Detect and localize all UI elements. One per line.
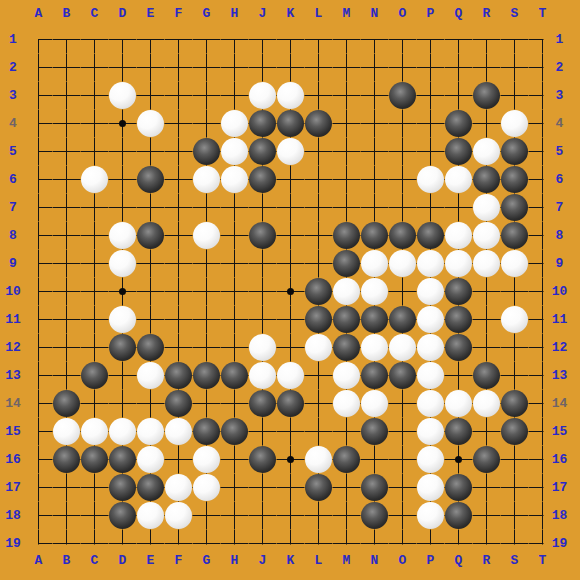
intersection-O5[interactable] bbox=[389, 138, 417, 166]
intersection-D5[interactable] bbox=[109, 138, 137, 166]
intersection-C7[interactable] bbox=[81, 194, 109, 222]
intersection-E11[interactable] bbox=[137, 306, 165, 334]
intersection-K13[interactable] bbox=[277, 362, 305, 390]
intersection-J12[interactable] bbox=[249, 334, 277, 362]
intersection-B9[interactable] bbox=[53, 250, 81, 278]
intersection-N5[interactable] bbox=[361, 138, 389, 166]
intersection-O4[interactable] bbox=[389, 110, 417, 138]
intersection-Q2[interactable] bbox=[445, 54, 473, 82]
intersection-C2[interactable] bbox=[81, 54, 109, 82]
intersection-S1[interactable] bbox=[501, 26, 529, 54]
intersection-E12[interactable] bbox=[137, 334, 165, 362]
intersection-H14[interactable] bbox=[221, 390, 249, 418]
intersection-J19[interactable] bbox=[249, 530, 277, 558]
intersection-D10[interactable] bbox=[109, 278, 137, 306]
intersection-R11[interactable] bbox=[473, 306, 501, 334]
intersection-A12[interactable] bbox=[25, 334, 53, 362]
intersection-L10[interactable] bbox=[305, 278, 333, 306]
intersection-C6[interactable] bbox=[81, 166, 109, 194]
intersection-T2[interactable] bbox=[529, 54, 557, 82]
intersection-N15[interactable] bbox=[361, 418, 389, 446]
intersection-G3[interactable] bbox=[193, 82, 221, 110]
intersection-A4[interactable] bbox=[25, 110, 53, 138]
intersection-A15[interactable] bbox=[25, 418, 53, 446]
intersection-P15[interactable] bbox=[417, 418, 445, 446]
intersection-P16[interactable] bbox=[417, 446, 445, 474]
intersection-C17[interactable] bbox=[81, 474, 109, 502]
intersection-D14[interactable] bbox=[109, 390, 137, 418]
intersection-H18[interactable] bbox=[221, 502, 249, 530]
intersection-D2[interactable] bbox=[109, 54, 137, 82]
intersection-R9[interactable] bbox=[473, 250, 501, 278]
intersection-B6[interactable] bbox=[53, 166, 81, 194]
intersection-D16[interactable] bbox=[109, 446, 137, 474]
intersection-A6[interactable] bbox=[25, 166, 53, 194]
intersection-L19[interactable] bbox=[305, 530, 333, 558]
intersection-N1[interactable] bbox=[361, 26, 389, 54]
intersection-T9[interactable] bbox=[529, 250, 557, 278]
intersection-O15[interactable] bbox=[389, 418, 417, 446]
intersection-F2[interactable] bbox=[165, 54, 193, 82]
intersection-S11[interactable] bbox=[501, 306, 529, 334]
intersection-R3[interactable] bbox=[473, 82, 501, 110]
intersection-G2[interactable] bbox=[193, 54, 221, 82]
intersection-E19[interactable] bbox=[137, 530, 165, 558]
intersection-C8[interactable] bbox=[81, 222, 109, 250]
intersection-F18[interactable] bbox=[165, 502, 193, 530]
intersection-A2[interactable] bbox=[25, 54, 53, 82]
intersection-J18[interactable] bbox=[249, 502, 277, 530]
intersection-G15[interactable] bbox=[193, 418, 221, 446]
intersection-M5[interactable] bbox=[333, 138, 361, 166]
intersection-B1[interactable] bbox=[53, 26, 81, 54]
intersection-R14[interactable] bbox=[473, 390, 501, 418]
intersection-D3[interactable] bbox=[109, 82, 137, 110]
intersection-F4[interactable] bbox=[165, 110, 193, 138]
intersection-N7[interactable] bbox=[361, 194, 389, 222]
intersection-L8[interactable] bbox=[305, 222, 333, 250]
intersection-T19[interactable] bbox=[529, 530, 557, 558]
intersection-L16[interactable] bbox=[305, 446, 333, 474]
intersection-F11[interactable] bbox=[165, 306, 193, 334]
intersection-S18[interactable] bbox=[501, 502, 529, 530]
intersection-S2[interactable] bbox=[501, 54, 529, 82]
intersection-O2[interactable] bbox=[389, 54, 417, 82]
intersection-N17[interactable] bbox=[361, 474, 389, 502]
intersection-N12[interactable] bbox=[361, 334, 389, 362]
intersection-K18[interactable] bbox=[277, 502, 305, 530]
intersection-M8[interactable] bbox=[333, 222, 361, 250]
intersection-N16[interactable] bbox=[361, 446, 389, 474]
intersection-B3[interactable] bbox=[53, 82, 81, 110]
intersection-M3[interactable] bbox=[333, 82, 361, 110]
intersection-B12[interactable] bbox=[53, 334, 81, 362]
intersection-P19[interactable] bbox=[417, 530, 445, 558]
intersection-M11[interactable] bbox=[333, 306, 361, 334]
intersection-J11[interactable] bbox=[249, 306, 277, 334]
intersection-R13[interactable] bbox=[473, 362, 501, 390]
intersection-F3[interactable] bbox=[165, 82, 193, 110]
intersection-K9[interactable] bbox=[277, 250, 305, 278]
intersection-P9[interactable] bbox=[417, 250, 445, 278]
intersection-K17[interactable] bbox=[277, 474, 305, 502]
intersection-T13[interactable] bbox=[529, 362, 557, 390]
intersection-L17[interactable] bbox=[305, 474, 333, 502]
intersection-L4[interactable] bbox=[305, 110, 333, 138]
intersection-H2[interactable] bbox=[221, 54, 249, 82]
intersection-F7[interactable] bbox=[165, 194, 193, 222]
intersection-R5[interactable] bbox=[473, 138, 501, 166]
intersection-K14[interactable] bbox=[277, 390, 305, 418]
intersection-G5[interactable] bbox=[193, 138, 221, 166]
intersection-O19[interactable] bbox=[389, 530, 417, 558]
intersection-N8[interactable] bbox=[361, 222, 389, 250]
intersection-K15[interactable] bbox=[277, 418, 305, 446]
intersection-E18[interactable] bbox=[137, 502, 165, 530]
intersection-N11[interactable] bbox=[361, 306, 389, 334]
intersection-P8[interactable] bbox=[417, 222, 445, 250]
intersection-Q12[interactable] bbox=[445, 334, 473, 362]
intersection-H9[interactable] bbox=[221, 250, 249, 278]
intersection-T4[interactable] bbox=[529, 110, 557, 138]
intersection-K6[interactable] bbox=[277, 166, 305, 194]
intersection-C10[interactable] bbox=[81, 278, 109, 306]
intersection-N6[interactable] bbox=[361, 166, 389, 194]
intersection-R1[interactable] bbox=[473, 26, 501, 54]
intersection-R18[interactable] bbox=[473, 502, 501, 530]
intersection-L14[interactable] bbox=[305, 390, 333, 418]
intersection-H10[interactable] bbox=[221, 278, 249, 306]
intersection-F5[interactable] bbox=[165, 138, 193, 166]
intersection-B16[interactable] bbox=[53, 446, 81, 474]
intersection-E8[interactable] bbox=[137, 222, 165, 250]
intersection-P3[interactable] bbox=[417, 82, 445, 110]
intersection-F14[interactable] bbox=[165, 390, 193, 418]
intersection-M18[interactable] bbox=[333, 502, 361, 530]
intersection-C5[interactable] bbox=[81, 138, 109, 166]
intersection-R2[interactable] bbox=[473, 54, 501, 82]
intersection-Q10[interactable] bbox=[445, 278, 473, 306]
intersection-B18[interactable] bbox=[53, 502, 81, 530]
intersection-B19[interactable] bbox=[53, 530, 81, 558]
intersection-S5[interactable] bbox=[501, 138, 529, 166]
intersection-G7[interactable] bbox=[193, 194, 221, 222]
intersection-Q4[interactable] bbox=[445, 110, 473, 138]
intersection-P4[interactable] bbox=[417, 110, 445, 138]
intersection-E13[interactable] bbox=[137, 362, 165, 390]
intersection-A7[interactable] bbox=[25, 194, 53, 222]
intersection-J7[interactable] bbox=[249, 194, 277, 222]
intersection-T16[interactable] bbox=[529, 446, 557, 474]
intersection-D11[interactable] bbox=[109, 306, 137, 334]
intersection-E16[interactable] bbox=[137, 446, 165, 474]
intersection-L5[interactable] bbox=[305, 138, 333, 166]
intersection-G6[interactable] bbox=[193, 166, 221, 194]
intersection-S3[interactable] bbox=[501, 82, 529, 110]
intersection-Q9[interactable] bbox=[445, 250, 473, 278]
intersection-J2[interactable] bbox=[249, 54, 277, 82]
intersection-T3[interactable] bbox=[529, 82, 557, 110]
intersection-H5[interactable] bbox=[221, 138, 249, 166]
intersection-A16[interactable] bbox=[25, 446, 53, 474]
intersection-A17[interactable] bbox=[25, 474, 53, 502]
intersection-O6[interactable] bbox=[389, 166, 417, 194]
intersection-J13[interactable] bbox=[249, 362, 277, 390]
intersection-O9[interactable] bbox=[389, 250, 417, 278]
intersection-P13[interactable] bbox=[417, 362, 445, 390]
intersection-K8[interactable] bbox=[277, 222, 305, 250]
intersection-B11[interactable] bbox=[53, 306, 81, 334]
intersection-N13[interactable] bbox=[361, 362, 389, 390]
intersection-O11[interactable] bbox=[389, 306, 417, 334]
intersection-Q1[interactable] bbox=[445, 26, 473, 54]
intersection-O12[interactable] bbox=[389, 334, 417, 362]
intersection-H17[interactable] bbox=[221, 474, 249, 502]
intersection-T8[interactable] bbox=[529, 222, 557, 250]
intersection-D8[interactable] bbox=[109, 222, 137, 250]
intersection-Q5[interactable] bbox=[445, 138, 473, 166]
intersection-L15[interactable] bbox=[305, 418, 333, 446]
intersection-S15[interactable] bbox=[501, 418, 529, 446]
intersection-S16[interactable] bbox=[501, 446, 529, 474]
intersection-Q8[interactable] bbox=[445, 222, 473, 250]
intersection-E1[interactable] bbox=[137, 26, 165, 54]
intersection-P18[interactable] bbox=[417, 502, 445, 530]
intersection-K3[interactable] bbox=[277, 82, 305, 110]
intersection-O3[interactable] bbox=[389, 82, 417, 110]
intersection-C14[interactable] bbox=[81, 390, 109, 418]
intersection-L9[interactable] bbox=[305, 250, 333, 278]
intersection-D9[interactable] bbox=[109, 250, 137, 278]
intersection-Q3[interactable] bbox=[445, 82, 473, 110]
intersection-A18[interactable] bbox=[25, 502, 53, 530]
intersection-A3[interactable] bbox=[25, 82, 53, 110]
intersection-C11[interactable] bbox=[81, 306, 109, 334]
intersection-M10[interactable] bbox=[333, 278, 361, 306]
intersection-D12[interactable] bbox=[109, 334, 137, 362]
intersection-T5[interactable] bbox=[529, 138, 557, 166]
intersection-F6[interactable] bbox=[165, 166, 193, 194]
intersection-N4[interactable] bbox=[361, 110, 389, 138]
intersection-K4[interactable] bbox=[277, 110, 305, 138]
intersection-T17[interactable] bbox=[529, 474, 557, 502]
intersection-A13[interactable] bbox=[25, 362, 53, 390]
intersection-G12[interactable] bbox=[193, 334, 221, 362]
intersection-E15[interactable] bbox=[137, 418, 165, 446]
intersection-G9[interactable] bbox=[193, 250, 221, 278]
intersection-R16[interactable] bbox=[473, 446, 501, 474]
intersection-E14[interactable] bbox=[137, 390, 165, 418]
intersection-Q7[interactable] bbox=[445, 194, 473, 222]
intersection-Q11[interactable] bbox=[445, 306, 473, 334]
intersection-J14[interactable] bbox=[249, 390, 277, 418]
intersection-P17[interactable] bbox=[417, 474, 445, 502]
intersection-L18[interactable] bbox=[305, 502, 333, 530]
intersection-O10[interactable] bbox=[389, 278, 417, 306]
intersection-O17[interactable] bbox=[389, 474, 417, 502]
intersection-H6[interactable] bbox=[221, 166, 249, 194]
intersection-F13[interactable] bbox=[165, 362, 193, 390]
intersection-T1[interactable] bbox=[529, 26, 557, 54]
intersection-Q17[interactable] bbox=[445, 474, 473, 502]
intersection-F10[interactable] bbox=[165, 278, 193, 306]
intersection-E7[interactable] bbox=[137, 194, 165, 222]
intersection-Q15[interactable] bbox=[445, 418, 473, 446]
intersection-S9[interactable] bbox=[501, 250, 529, 278]
intersection-L2[interactable] bbox=[305, 54, 333, 82]
intersection-R12[interactable] bbox=[473, 334, 501, 362]
intersection-R8[interactable] bbox=[473, 222, 501, 250]
intersection-D13[interactable] bbox=[109, 362, 137, 390]
intersection-J6[interactable] bbox=[249, 166, 277, 194]
intersection-C12[interactable] bbox=[81, 334, 109, 362]
intersection-N2[interactable] bbox=[361, 54, 389, 82]
intersection-C3[interactable] bbox=[81, 82, 109, 110]
intersection-M13[interactable] bbox=[333, 362, 361, 390]
intersection-H11[interactable] bbox=[221, 306, 249, 334]
intersection-F19[interactable] bbox=[165, 530, 193, 558]
intersection-B2[interactable] bbox=[53, 54, 81, 82]
intersection-K16[interactable] bbox=[277, 446, 305, 474]
intersection-H1[interactable] bbox=[221, 26, 249, 54]
intersection-N3[interactable] bbox=[361, 82, 389, 110]
intersection-N18[interactable] bbox=[361, 502, 389, 530]
intersection-L7[interactable] bbox=[305, 194, 333, 222]
intersection-A11[interactable] bbox=[25, 306, 53, 334]
intersection-B4[interactable] bbox=[53, 110, 81, 138]
intersection-N19[interactable] bbox=[361, 530, 389, 558]
intersection-J10[interactable] bbox=[249, 278, 277, 306]
intersection-J16[interactable] bbox=[249, 446, 277, 474]
intersection-K10[interactable] bbox=[277, 278, 305, 306]
intersection-C18[interactable] bbox=[81, 502, 109, 530]
intersection-O18[interactable] bbox=[389, 502, 417, 530]
intersection-H13[interactable] bbox=[221, 362, 249, 390]
intersection-K12[interactable] bbox=[277, 334, 305, 362]
intersection-D19[interactable] bbox=[109, 530, 137, 558]
intersection-M1[interactable] bbox=[333, 26, 361, 54]
intersection-C19[interactable] bbox=[81, 530, 109, 558]
intersection-A19[interactable] bbox=[25, 530, 53, 558]
intersection-M19[interactable] bbox=[333, 530, 361, 558]
intersection-B8[interactable] bbox=[53, 222, 81, 250]
intersection-S12[interactable] bbox=[501, 334, 529, 362]
intersection-G18[interactable] bbox=[193, 502, 221, 530]
intersection-S7[interactable] bbox=[501, 194, 529, 222]
intersection-T18[interactable] bbox=[529, 502, 557, 530]
intersection-E10[interactable] bbox=[137, 278, 165, 306]
intersection-J5[interactable] bbox=[249, 138, 277, 166]
intersection-C15[interactable] bbox=[81, 418, 109, 446]
intersection-G17[interactable] bbox=[193, 474, 221, 502]
intersection-D15[interactable] bbox=[109, 418, 137, 446]
intersection-C4[interactable] bbox=[81, 110, 109, 138]
intersection-M4[interactable] bbox=[333, 110, 361, 138]
intersection-F16[interactable] bbox=[165, 446, 193, 474]
intersection-J9[interactable] bbox=[249, 250, 277, 278]
intersection-Q6[interactable] bbox=[445, 166, 473, 194]
intersection-P5[interactable] bbox=[417, 138, 445, 166]
intersection-H15[interactable] bbox=[221, 418, 249, 446]
intersection-D1[interactable] bbox=[109, 26, 137, 54]
intersection-J3[interactable] bbox=[249, 82, 277, 110]
intersection-J8[interactable] bbox=[249, 222, 277, 250]
intersection-A1[interactable] bbox=[25, 26, 53, 54]
intersection-G16[interactable] bbox=[193, 446, 221, 474]
intersection-M15[interactable] bbox=[333, 418, 361, 446]
intersection-B7[interactable] bbox=[53, 194, 81, 222]
intersection-M17[interactable] bbox=[333, 474, 361, 502]
intersection-K11[interactable] bbox=[277, 306, 305, 334]
intersection-M9[interactable] bbox=[333, 250, 361, 278]
intersection-B17[interactable] bbox=[53, 474, 81, 502]
intersection-R6[interactable] bbox=[473, 166, 501, 194]
intersection-A14[interactable] bbox=[25, 390, 53, 418]
intersection-G1[interactable] bbox=[193, 26, 221, 54]
intersection-P11[interactable] bbox=[417, 306, 445, 334]
intersection-P1[interactable] bbox=[417, 26, 445, 54]
intersection-R19[interactable] bbox=[473, 530, 501, 558]
intersection-B15[interactable] bbox=[53, 418, 81, 446]
intersection-P6[interactable] bbox=[417, 166, 445, 194]
intersection-A5[interactable] bbox=[25, 138, 53, 166]
intersection-J1[interactable] bbox=[249, 26, 277, 54]
intersection-E3[interactable] bbox=[137, 82, 165, 110]
intersection-C1[interactable] bbox=[81, 26, 109, 54]
intersection-S19[interactable] bbox=[501, 530, 529, 558]
intersection-D7[interactable] bbox=[109, 194, 137, 222]
intersection-O8[interactable] bbox=[389, 222, 417, 250]
intersection-K5[interactable] bbox=[277, 138, 305, 166]
intersection-R15[interactable] bbox=[473, 418, 501, 446]
intersection-D6[interactable] bbox=[109, 166, 137, 194]
intersection-E4[interactable] bbox=[137, 110, 165, 138]
intersection-T14[interactable] bbox=[529, 390, 557, 418]
intersection-D17[interactable] bbox=[109, 474, 137, 502]
intersection-K2[interactable] bbox=[277, 54, 305, 82]
intersection-N9[interactable] bbox=[361, 250, 389, 278]
intersection-O14[interactable] bbox=[389, 390, 417, 418]
intersection-D4[interactable] bbox=[109, 110, 137, 138]
intersection-E5[interactable] bbox=[137, 138, 165, 166]
intersection-A9[interactable] bbox=[25, 250, 53, 278]
intersection-P12[interactable] bbox=[417, 334, 445, 362]
intersection-T12[interactable] bbox=[529, 334, 557, 362]
intersection-J4[interactable] bbox=[249, 110, 277, 138]
intersection-H4[interactable] bbox=[221, 110, 249, 138]
intersection-M7[interactable] bbox=[333, 194, 361, 222]
intersection-G10[interactable] bbox=[193, 278, 221, 306]
intersection-L11[interactable] bbox=[305, 306, 333, 334]
intersection-L12[interactable] bbox=[305, 334, 333, 362]
intersection-O1[interactable] bbox=[389, 26, 417, 54]
intersection-H19[interactable] bbox=[221, 530, 249, 558]
intersection-T11[interactable] bbox=[529, 306, 557, 334]
intersection-F15[interactable] bbox=[165, 418, 193, 446]
intersection-Q19[interactable] bbox=[445, 530, 473, 558]
intersection-H16[interactable] bbox=[221, 446, 249, 474]
intersection-B5[interactable] bbox=[53, 138, 81, 166]
intersection-E6[interactable] bbox=[137, 166, 165, 194]
intersection-P7[interactable] bbox=[417, 194, 445, 222]
intersection-N10[interactable] bbox=[361, 278, 389, 306]
intersection-R7[interactable] bbox=[473, 194, 501, 222]
intersection-F8[interactable] bbox=[165, 222, 193, 250]
intersection-M6[interactable] bbox=[333, 166, 361, 194]
intersection-E17[interactable] bbox=[137, 474, 165, 502]
intersection-C13[interactable] bbox=[81, 362, 109, 390]
intersection-A10[interactable] bbox=[25, 278, 53, 306]
